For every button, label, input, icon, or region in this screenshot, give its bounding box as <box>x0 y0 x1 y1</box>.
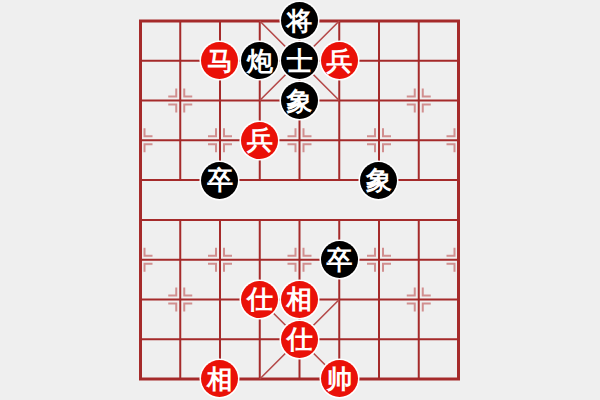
piece-red-elephant[interactable]: 相 <box>201 360 238 397</box>
piece-red-horse[interactable]: 马 <box>201 42 238 79</box>
pieces-layer: 将马炮士兵象兵卒象卒仕相仕相帅 <box>121 1 479 399</box>
piece-black-elephant[interactable]: 象 <box>360 162 397 199</box>
piece-red-advisor[interactable]: 仕 <box>241 281 278 318</box>
piece-black-cannon[interactable]: 炮 <box>241 42 278 79</box>
piece-black-elephant[interactable]: 象 <box>281 82 318 119</box>
piece-red-advisor[interactable]: 仕 <box>281 321 318 358</box>
piece-red-elephant[interactable]: 相 <box>281 281 318 318</box>
piece-red-pawn[interactable]: 兵 <box>241 122 278 159</box>
piece-black-advisor[interactable]: 士 <box>281 42 318 79</box>
piece-red-general[interactable]: 帅 <box>321 360 358 397</box>
piece-black-pawn[interactable]: 卒 <box>201 162 238 199</box>
piece-black-pawn[interactable]: 卒 <box>321 241 358 278</box>
screen: { "game": "xiangqi", "position": { "fen"… <box>0 0 600 400</box>
xiangqi-app: 将马炮士兵象兵卒象卒仕相仕相帅 <box>0 0 600 400</box>
piece-black-general[interactable]: 将 <box>281 2 318 39</box>
piece-red-pawn[interactable]: 兵 <box>321 42 358 79</box>
